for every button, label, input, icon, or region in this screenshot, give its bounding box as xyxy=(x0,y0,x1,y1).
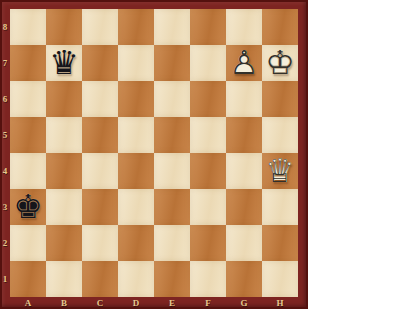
square-c6[interactable] xyxy=(82,81,118,117)
square-e6[interactable] xyxy=(154,81,190,117)
rank-label-7: 7 xyxy=(0,45,10,81)
square-h5[interactable] xyxy=(262,117,298,153)
square-e1[interactable] xyxy=(154,261,190,297)
square-h8[interactable] xyxy=(262,9,298,45)
square-c4[interactable] xyxy=(82,153,118,189)
square-b2[interactable] xyxy=(46,225,82,261)
file-label-b: B xyxy=(46,297,82,309)
square-d6[interactable] xyxy=(118,81,154,117)
file-label-a: A xyxy=(10,297,46,309)
square-b4[interactable] xyxy=(46,153,82,189)
square-f2[interactable] xyxy=(190,225,226,261)
square-a7[interactable] xyxy=(10,45,46,81)
queen-glyph: ♛ xyxy=(46,45,82,81)
square-g2[interactable] xyxy=(226,225,262,261)
square-c7[interactable] xyxy=(82,45,118,81)
square-f1[interactable] xyxy=(190,261,226,297)
rank-label-2: 2 xyxy=(0,225,10,261)
square-b8[interactable] xyxy=(46,9,82,45)
square-g3[interactable] xyxy=(226,189,262,225)
page-background: 87♛♟♙♚♔654♛♕3♚21ABCDEFGH xyxy=(0,0,414,311)
square-f6[interactable] xyxy=(190,81,226,117)
square-h3[interactable] xyxy=(262,189,298,225)
square-e4[interactable] xyxy=(154,153,190,189)
board-grid: 87♛♟♙♚♔654♛♕3♚21ABCDEFGH xyxy=(0,0,308,309)
square-e8[interactable] xyxy=(154,9,190,45)
square-a2[interactable] xyxy=(10,225,46,261)
square-f8[interactable] xyxy=(190,9,226,45)
square-d5[interactable] xyxy=(118,117,154,153)
square-h7[interactable]: ♚♔ xyxy=(262,45,298,81)
square-d4[interactable] xyxy=(118,153,154,189)
pawn-outline-glyph: ♙ xyxy=(226,45,262,81)
file-label-c: C xyxy=(82,297,118,309)
square-b6[interactable] xyxy=(46,81,82,117)
square-g7[interactable]: ♟♙ xyxy=(226,45,262,81)
rank-label-5: 5 xyxy=(0,117,10,153)
square-h1[interactable] xyxy=(262,261,298,297)
king-glyph: ♚ xyxy=(10,189,46,225)
square-e3[interactable] xyxy=(154,189,190,225)
file-label-e: E xyxy=(154,297,190,309)
square-g8[interactable] xyxy=(226,9,262,45)
square-g4[interactable] xyxy=(226,153,262,189)
square-b1[interactable] xyxy=(46,261,82,297)
piece-black-king[interactable]: ♚ xyxy=(10,189,46,225)
square-f4[interactable] xyxy=(190,153,226,189)
square-g1[interactable] xyxy=(226,261,262,297)
square-e7[interactable] xyxy=(154,45,190,81)
square-f3[interactable] xyxy=(190,189,226,225)
square-g5[interactable] xyxy=(226,117,262,153)
square-d2[interactable] xyxy=(118,225,154,261)
square-a6[interactable] xyxy=(10,81,46,117)
square-b7[interactable]: ♛ xyxy=(46,45,82,81)
square-c2[interactable] xyxy=(82,225,118,261)
square-d3[interactable] xyxy=(118,189,154,225)
square-a1[interactable] xyxy=(10,261,46,297)
square-e2[interactable] xyxy=(154,225,190,261)
rank-label-3: 3 xyxy=(0,189,10,225)
square-f5[interactable] xyxy=(190,117,226,153)
square-c3[interactable] xyxy=(82,189,118,225)
square-a3[interactable]: ♚ xyxy=(10,189,46,225)
rank-label-6: 6 xyxy=(0,81,10,117)
file-label-h: H xyxy=(262,297,298,309)
piece-white-queen[interactable]: ♛♕ xyxy=(262,153,298,189)
square-c1[interactable] xyxy=(82,261,118,297)
rank-label-4: 4 xyxy=(0,153,10,189)
piece-white-king[interactable]: ♚♔ xyxy=(262,45,298,81)
king-outline-glyph: ♔ xyxy=(262,45,298,81)
square-f7[interactable] xyxy=(190,45,226,81)
rank-label-1: 1 xyxy=(0,261,10,297)
file-label-f: F xyxy=(190,297,226,309)
square-h2[interactable] xyxy=(262,225,298,261)
square-b3[interactable] xyxy=(46,189,82,225)
square-a4[interactable] xyxy=(10,153,46,189)
square-h6[interactable] xyxy=(262,81,298,117)
square-d7[interactable] xyxy=(118,45,154,81)
square-c8[interactable] xyxy=(82,9,118,45)
piece-black-queen[interactable]: ♛ xyxy=(46,45,82,81)
square-a5[interactable] xyxy=(10,117,46,153)
file-label-d: D xyxy=(118,297,154,309)
square-a8[interactable] xyxy=(10,9,46,45)
square-c5[interactable] xyxy=(82,117,118,153)
square-h4[interactable]: ♛♕ xyxy=(262,153,298,189)
square-g6[interactable] xyxy=(226,81,262,117)
square-b5[interactable] xyxy=(46,117,82,153)
piece-white-pawn[interactable]: ♟♙ xyxy=(226,45,262,81)
square-d1[interactable] xyxy=(118,261,154,297)
rank-label-8: 8 xyxy=(0,9,10,45)
chess-board: 87♛♟♙♚♔654♛♕3♚21ABCDEFGH xyxy=(0,0,308,309)
square-e5[interactable] xyxy=(154,117,190,153)
square-d8[interactable] xyxy=(118,9,154,45)
file-label-g: G xyxy=(226,297,262,309)
queen-outline-glyph: ♕ xyxy=(262,153,298,189)
